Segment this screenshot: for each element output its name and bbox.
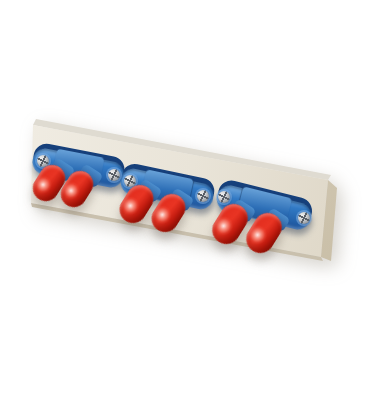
adapter-2-screw-right: [197, 190, 209, 202]
adapter-3-screw-right: [298, 212, 310, 224]
adapter-1-screw-right: [108, 169, 120, 181]
product-photo: [0, 0, 370, 400]
adapter-3-screw-left: [218, 191, 230, 203]
